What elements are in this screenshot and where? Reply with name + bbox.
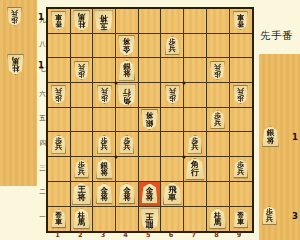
square-9八[interactable] <box>230 34 253 59</box>
piece-歩兵-sente[interactable]: 歩兵 <box>51 85 66 104</box>
piece-kanji: 将 <box>123 194 131 201</box>
square-2四[interactable] <box>71 132 94 157</box>
square-1六[interactable]: 歩兵 <box>48 83 71 108</box>
piece-kanji: 馬 <box>214 219 222 226</box>
square-7一[interactable] <box>184 207 207 232</box>
piece-歩兵-sente[interactable]: 歩兵 <box>210 61 225 80</box>
file-label-9: 9 <box>234 231 244 239</box>
square-8四[interactable] <box>207 132 230 157</box>
piece-kanji: 桂 <box>78 21 86 28</box>
turn-indicator: 先手番 <box>260 29 300 43</box>
square-6七[interactable] <box>161 58 184 83</box>
square-5三[interactable] <box>139 157 162 182</box>
piece-kanji: 歩 <box>11 17 18 24</box>
piece-kanji: 銀 <box>146 120 154 127</box>
piece-桂馬-gote[interactable]: 桂馬 <box>209 208 226 229</box>
shogi-app: 先手番 香車桂馬玉将香車金将歩兵歩兵銀将歩兵歩兵歩兵角行歩兵歩兵銀将歩兵歩兵歩兵… <box>0 0 300 240</box>
piece-kanji: 行 <box>191 169 199 177</box>
square-1五[interactable] <box>48 108 71 133</box>
piece-kanji: 車 <box>237 219 244 226</box>
square-1三[interactable] <box>48 157 71 182</box>
file-label-5: 5 <box>143 231 153 239</box>
piece-kanji: 香 <box>55 21 62 28</box>
star-point <box>183 82 186 85</box>
file-label-2: 2 <box>75 231 85 239</box>
square-1二[interactable] <box>48 182 71 207</box>
square-7八[interactable] <box>184 34 207 59</box>
piece-歩兵-gote[interactable]: 歩兵 <box>210 110 225 129</box>
piece-kanji: 将 <box>77 194 85 202</box>
piece-kanji: 桂 <box>12 65 20 72</box>
piece-kanji: 将 <box>100 169 108 176</box>
piece-王将-gote[interactable]: 王将 <box>72 182 92 205</box>
square-5一[interactable]: 龍王 <box>139 207 162 232</box>
piece-kanji: 馬 <box>78 14 86 21</box>
square-2三[interactable]: 歩兵 <box>71 157 94 182</box>
file-label-8: 8 <box>211 231 221 239</box>
piece-金将-gote[interactable]: 金将 <box>96 183 113 204</box>
piece-kanji: 車 <box>55 219 62 226</box>
square-8八[interactable] <box>207 34 230 59</box>
square-1一[interactable]: 香車 <box>48 207 71 232</box>
square-4一[interactable] <box>116 207 139 232</box>
square-2五[interactable] <box>71 108 94 133</box>
piece-kanji: 兵 <box>237 88 244 95</box>
piece-龍王-sente[interactable]: 龍王 <box>140 208 160 231</box>
piece-歩兵-gote[interactable]: 歩兵 <box>74 159 89 178</box>
square-9七[interactable] <box>230 58 253 83</box>
piece-歩兵-sente[interactable]: 歩兵 <box>7 7 22 26</box>
square-5七[interactable] <box>139 58 162 83</box>
square-7五[interactable] <box>184 108 207 133</box>
piece-角行-gote[interactable]: 角行 <box>185 158 205 181</box>
piece-kanji: 歩 <box>169 95 176 102</box>
square-6八[interactable]: 歩兵 <box>161 34 184 59</box>
piece-kanji: 馬 <box>12 57 20 64</box>
square-3二[interactable]: 金将 <box>93 182 116 207</box>
square-9五[interactable] <box>230 108 253 133</box>
piece-歩兵-sente[interactable]: 歩兵 <box>97 85 112 104</box>
square-8七[interactable]: 歩兵 <box>207 58 230 83</box>
piece-kanji: 兵 <box>214 64 221 71</box>
square-9一[interactable]: 香車 <box>230 207 253 232</box>
hand-slot-歩兵[interactable]: 歩兵3 <box>262 206 277 225</box>
hand-count: 1 <box>38 60 44 70</box>
piece-桂馬-sente[interactable]: 桂馬 <box>7 54 24 75</box>
piece-kanji: 将 <box>100 194 108 201</box>
piece-kanji: 兵 <box>78 169 85 176</box>
hand-slot-歩兵[interactable]: 歩兵1 <box>7 7 22 26</box>
square-4五[interactable] <box>116 108 139 133</box>
piece-金将-gote[interactable]: 金将 <box>141 183 158 204</box>
square-9九[interactable]: 香車 <box>230 9 253 34</box>
square-9六[interactable]: 歩兵 <box>230 83 253 108</box>
rank-label-二: 二 <box>39 188 46 197</box>
piece-歩兵-gote[interactable]: 歩兵 <box>233 159 248 178</box>
square-1四[interactable]: 歩兵 <box>48 132 71 157</box>
piece-kanji: 兵 <box>11 10 18 17</box>
square-8九[interactable] <box>207 9 230 34</box>
piece-金将-sente[interactable]: 金将 <box>118 35 135 56</box>
piece-kanji: 兵 <box>237 169 244 176</box>
piece-kanji: 歩 <box>101 95 108 102</box>
piece-香車-sente[interactable]: 香車 <box>51 11 66 30</box>
piece-kanji: 将 <box>123 70 131 77</box>
piece-kanji: 将 <box>146 194 154 201</box>
square-6九[interactable] <box>161 9 184 34</box>
piece-kanji: 歩 <box>55 95 62 102</box>
square-3一[interactable] <box>93 207 116 232</box>
square-4二[interactable]: 金将 <box>116 182 139 207</box>
square-3五[interactable] <box>93 108 116 133</box>
piece-銀将-sente[interactable]: 銀将 <box>141 109 158 130</box>
square-1七[interactable] <box>48 58 71 83</box>
square-4四[interactable]: 歩兵 <box>116 132 139 157</box>
hand-slot-桂馬[interactable]: 桂馬1 <box>7 54 24 75</box>
hand-slot-銀将[interactable]: 銀将1 <box>262 126 279 147</box>
rank-label-四: 四 <box>39 139 46 148</box>
piece-kanji: 兵 <box>191 144 198 151</box>
square-2二[interactable]: 王将 <box>71 182 94 207</box>
piece-歩兵-gote[interactable]: 歩兵 <box>119 135 134 154</box>
piece-銀将-gote[interactable]: 銀将 <box>96 158 113 179</box>
piece-金将-gote[interactable]: 金将 <box>118 183 135 204</box>
square-5二[interactable]: 金将 <box>139 182 162 207</box>
square-4八[interactable]: 金将 <box>116 34 139 59</box>
square-1八[interactable] <box>48 34 71 59</box>
piece-銀将-gote[interactable]: 銀将 <box>262 126 279 147</box>
piece-歩兵-gote[interactable]: 歩兵 <box>165 36 180 55</box>
piece-kanji: 兵 <box>169 46 176 53</box>
piece-kanji: 車 <box>168 194 176 202</box>
piece-桂馬-gote[interactable]: 桂馬 <box>73 208 90 229</box>
piece-kanji: 兵 <box>101 88 108 95</box>
file-label-7: 7 <box>189 231 199 239</box>
square-9三[interactable]: 歩兵 <box>230 157 253 182</box>
sente-captured-tray <box>0 0 37 186</box>
file-label-3: 3 <box>98 231 108 239</box>
piece-銀将-gote[interactable]: 銀将 <box>118 60 135 81</box>
piece-kanji: 兵 <box>266 216 273 223</box>
square-3四[interactable]: 歩兵 <box>93 132 116 157</box>
file-label-6: 6 <box>166 231 176 239</box>
piece-歩兵-gote[interactable]: 歩兵 <box>262 206 277 225</box>
file-label-1: 1 <box>53 231 63 239</box>
piece-飛車-gote[interactable]: 飛車 <box>163 182 183 205</box>
piece-香車-sente[interactable]: 香車 <box>233 11 248 30</box>
piece-歩兵-sente[interactable]: 歩兵 <box>233 85 248 104</box>
piece-角行-sente[interactable]: 角行 <box>117 84 137 107</box>
piece-kanji: 兵 <box>55 144 62 151</box>
square-3六[interactable]: 歩兵 <box>93 83 116 108</box>
square-2七[interactable]: 歩兵 <box>71 58 94 83</box>
rank-label-八: 八 <box>39 40 46 49</box>
square-4七[interactable]: 銀将 <box>116 58 139 83</box>
square-1九[interactable]: 香車 <box>48 9 71 34</box>
piece-kanji: 将 <box>100 13 108 21</box>
square-5四[interactable] <box>139 132 162 157</box>
piece-kanji: 車 <box>55 14 62 21</box>
piece-玉将-sente[interactable]: 玉将 <box>94 10 114 33</box>
piece-kanji: 馬 <box>78 219 86 226</box>
piece-kanji: 兵 <box>101 144 108 151</box>
square-2一[interactable]: 桂馬 <box>71 207 94 232</box>
piece-kanji: 行 <box>123 87 131 95</box>
square-7七[interactable] <box>184 58 207 83</box>
square-7六[interactable] <box>184 83 207 108</box>
square-4六[interactable]: 角行 <box>116 83 139 108</box>
hand-count: 3 <box>292 211 298 221</box>
hand-count: 1 <box>38 12 44 22</box>
square-2八[interactable] <box>71 34 94 59</box>
piece-香車-gote[interactable]: 香車 <box>233 209 248 228</box>
square-6二[interactable]: 飛車 <box>161 182 184 207</box>
square-6三[interactable] <box>161 157 184 182</box>
square-5五[interactable]: 銀将 <box>139 108 162 133</box>
piece-kanji: 歩 <box>78 70 85 77</box>
rank-label-三: 三 <box>39 164 46 173</box>
piece-歩兵-gote[interactable]: 歩兵 <box>187 135 202 154</box>
square-8六[interactable] <box>207 83 230 108</box>
piece-歩兵-sente[interactable]: 歩兵 <box>165 85 180 104</box>
square-2九[interactable]: 桂馬 <box>71 9 94 34</box>
square-7九[interactable] <box>184 9 207 34</box>
square-4三[interactable] <box>116 157 139 182</box>
piece-kanji: 歩 <box>214 70 221 77</box>
piece-歩兵-gote[interactable]: 歩兵 <box>51 135 66 154</box>
file-label-4: 4 <box>121 231 131 239</box>
square-3九[interactable]: 玉将 <box>93 9 116 34</box>
square-9四[interactable] <box>230 132 253 157</box>
square-4九[interactable] <box>116 9 139 34</box>
square-3三[interactable]: 銀将 <box>93 157 116 182</box>
square-7二[interactable] <box>184 182 207 207</box>
square-8二[interactable] <box>207 182 230 207</box>
square-5九[interactable] <box>139 9 162 34</box>
piece-歩兵-sente[interactable]: 歩兵 <box>74 61 89 80</box>
piece-kanji: 香 <box>237 21 244 28</box>
piece-kanji: 兵 <box>169 88 176 95</box>
star-point <box>115 82 118 85</box>
square-9二[interactable] <box>230 182 253 207</box>
square-2六[interactable] <box>71 83 94 108</box>
piece-kanji: 兵 <box>214 120 221 127</box>
shogi-board[interactable]: 香車桂馬玉将香車金将歩兵歩兵銀将歩兵歩兵歩兵角行歩兵歩兵銀将歩兵歩兵歩兵歩兵歩兵… <box>46 7 254 233</box>
piece-桂馬-sente[interactable]: 桂馬 <box>73 10 90 31</box>
piece-kanji: 兵 <box>55 88 62 95</box>
square-6一[interactable] <box>161 207 184 232</box>
hand-count: 1 <box>292 132 298 142</box>
square-7四[interactable]: 歩兵 <box>184 132 207 157</box>
square-6六[interactable]: 歩兵 <box>161 83 184 108</box>
piece-kanji: 将 <box>123 38 131 45</box>
star-point <box>115 156 118 159</box>
piece-kanji: 将 <box>267 137 275 144</box>
piece-kanji: 車 <box>237 14 244 21</box>
square-7三[interactable]: 角行 <box>184 157 207 182</box>
square-8五[interactable]: 歩兵 <box>207 108 230 133</box>
square-3七[interactable] <box>93 58 116 83</box>
rank-label-一: 一 <box>39 213 46 222</box>
square-6四[interactable] <box>161 132 184 157</box>
piece-kanji: 兵 <box>123 144 130 151</box>
piece-kanji: 将 <box>146 112 154 119</box>
piece-kanji: 歩 <box>237 95 244 102</box>
square-5八[interactable] <box>139 34 162 59</box>
square-8三[interactable] <box>207 157 230 182</box>
square-8一[interactable]: 桂馬 <box>207 207 230 232</box>
piece-kanji: 兵 <box>78 64 85 71</box>
square-6五[interactable] <box>161 108 184 133</box>
piece-kanji: 金 <box>123 46 131 53</box>
rank-label-六: 六 <box>39 90 46 99</box>
piece-歩兵-gote[interactable]: 歩兵 <box>97 135 112 154</box>
rank-label-五: 五 <box>39 114 46 123</box>
square-3八[interactable] <box>93 34 116 59</box>
star-point <box>183 156 186 159</box>
square-5六[interactable] <box>139 83 162 108</box>
piece-香車-gote[interactable]: 香車 <box>51 209 66 228</box>
piece-kanji: 王 <box>146 211 154 219</box>
